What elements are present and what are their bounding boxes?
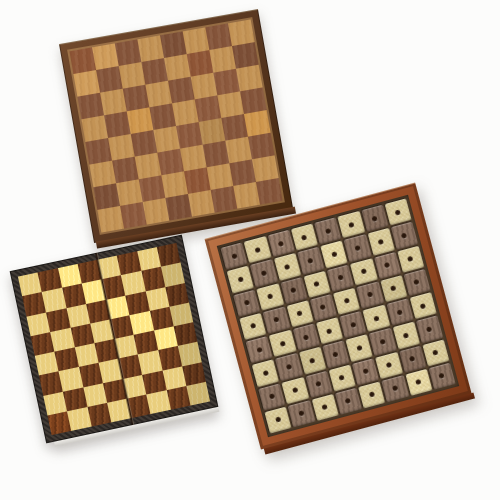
photo-three-antique-chessboards	[0, 0, 500, 500]
square	[310, 294, 337, 321]
chessboard-folding-rosewood-playfield	[18, 243, 210, 435]
square	[286, 300, 313, 327]
square	[409, 292, 436, 319]
square	[256, 178, 283, 205]
square	[338, 211, 365, 238]
square	[263, 306, 290, 333]
square	[186, 382, 210, 406]
square	[350, 258, 377, 285]
chessboard-large-inlaid-playfield	[69, 19, 282, 232]
square	[258, 383, 285, 410]
square	[282, 377, 309, 404]
square	[291, 224, 318, 251]
square	[244, 236, 271, 263]
square	[344, 234, 371, 261]
square	[356, 281, 383, 308]
square	[246, 336, 273, 363]
square	[428, 362, 455, 389]
square	[320, 241, 347, 268]
square	[328, 364, 355, 391]
square	[363, 305, 390, 332]
square	[233, 289, 260, 316]
square	[239, 313, 266, 340]
square	[333, 288, 360, 315]
square	[275, 353, 302, 380]
square	[403, 269, 430, 296]
square	[380, 275, 407, 302]
chessboard-folding-rosewood	[10, 235, 219, 444]
square	[422, 339, 449, 366]
square	[405, 369, 432, 396]
square	[267, 230, 294, 257]
square	[381, 375, 408, 402]
square	[250, 260, 277, 287]
square	[314, 217, 341, 244]
square	[220, 242, 247, 269]
square	[269, 330, 296, 357]
square	[297, 247, 324, 274]
square	[391, 222, 418, 249]
square	[397, 245, 424, 272]
square	[299, 347, 326, 374]
square	[274, 253, 301, 280]
square	[316, 317, 343, 344]
square	[264, 406, 291, 433]
square	[256, 283, 283, 310]
square	[339, 311, 366, 338]
square	[252, 359, 279, 386]
square	[416, 316, 443, 343]
square	[280, 277, 307, 304]
square	[375, 352, 402, 379]
square	[311, 394, 338, 421]
square	[322, 341, 349, 368]
square	[369, 328, 396, 355]
square	[384, 198, 411, 225]
square	[367, 228, 394, 255]
square	[335, 387, 362, 414]
square	[374, 252, 401, 279]
square	[327, 264, 354, 291]
chessboard-peg-travel-playfield	[217, 195, 459, 437]
square	[352, 358, 379, 385]
chessboard-large-inlaid	[59, 9, 293, 243]
square	[288, 400, 315, 427]
square	[399, 345, 426, 372]
square	[358, 381, 385, 408]
square	[303, 270, 330, 297]
square	[386, 298, 413, 325]
square	[346, 334, 373, 361]
square	[361, 205, 388, 232]
square	[227, 266, 254, 293]
square	[292, 324, 319, 351]
square	[305, 370, 332, 397]
square	[392, 322, 419, 349]
